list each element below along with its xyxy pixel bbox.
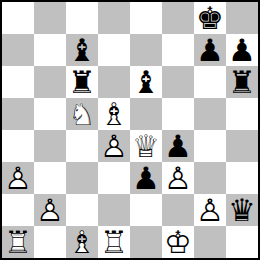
square-c4[interactable] (66, 130, 98, 162)
square-a2[interactable] (2, 194, 34, 226)
square-f3[interactable]: ♟♙ (162, 162, 194, 194)
square-g4[interactable] (194, 130, 226, 162)
piece-glyph: ♝ (130, 66, 162, 98)
square-e8[interactable] (130, 2, 162, 34)
square-f6[interactable] (162, 66, 194, 98)
square-c7[interactable]: ♝ (66, 34, 98, 66)
piece-outline: ♖ (2, 226, 34, 258)
piece-glyph: ♛ (226, 194, 258, 226)
piece-glyph: ♟ (162, 130, 194, 162)
square-b4[interactable] (34, 130, 66, 162)
piece-glyph: ♟ (130, 162, 162, 194)
square-c8[interactable] (66, 2, 98, 34)
square-e7[interactable] (130, 34, 162, 66)
square-c6[interactable]: ♜ (66, 66, 98, 98)
piece-black-rook: ♜ (226, 66, 258, 98)
square-d5[interactable]: ♝♗ (98, 98, 130, 130)
piece-white-queen: ♛♕ (130, 130, 162, 162)
square-e2[interactable] (130, 194, 162, 226)
square-d3[interactable] (98, 162, 130, 194)
square-d2[interactable] (98, 194, 130, 226)
square-c5[interactable]: ♞♘ (66, 98, 98, 130)
piece-white-pawn: ♟♙ (162, 162, 194, 194)
square-e6[interactable]: ♝ (130, 66, 162, 98)
square-a7[interactable] (2, 34, 34, 66)
piece-black-pawn: ♟ (130, 162, 162, 194)
square-a6[interactable] (2, 66, 34, 98)
piece-outline: ♕ (130, 130, 162, 162)
square-c2[interactable] (66, 194, 98, 226)
square-g7[interactable]: ♟ (194, 34, 226, 66)
square-b1[interactable] (34, 226, 66, 258)
piece-glyph: ♟ (194, 34, 226, 66)
square-h6[interactable]: ♜ (226, 66, 258, 98)
piece-black-queen: ♛ (226, 194, 258, 226)
square-b3[interactable] (34, 162, 66, 194)
piece-glyph: ♜ (66, 66, 98, 98)
square-h5[interactable] (226, 98, 258, 130)
square-h4[interactable] (226, 130, 258, 162)
square-d4[interactable]: ♟♙ (98, 130, 130, 162)
square-c3[interactable] (66, 162, 98, 194)
square-b2[interactable]: ♟♙ (34, 194, 66, 226)
piece-outline: ♘ (66, 98, 98, 130)
piece-white-knight: ♞♘ (66, 98, 98, 130)
piece-white-pawn: ♟♙ (34, 194, 66, 226)
square-h1[interactable] (226, 226, 258, 258)
square-f1[interactable]: ♚♔ (162, 226, 194, 258)
square-c1[interactable]: ♝♗ (66, 226, 98, 258)
piece-outline: ♙ (34, 194, 66, 226)
piece-outline: ♗ (66, 226, 98, 258)
square-f8[interactable] (162, 2, 194, 34)
square-b6[interactable] (34, 66, 66, 98)
square-d8[interactable] (98, 2, 130, 34)
square-g3[interactable] (194, 162, 226, 194)
square-f7[interactable] (162, 34, 194, 66)
square-h7[interactable]: ♟ (226, 34, 258, 66)
square-a8[interactable] (2, 2, 34, 34)
piece-outline: ♙ (162, 162, 194, 194)
piece-white-bishop: ♝♗ (66, 226, 98, 258)
square-b7[interactable] (34, 34, 66, 66)
piece-outline: ♙ (2, 162, 34, 194)
piece-white-king: ♚♔ (162, 226, 194, 258)
piece-glyph: ♚ (194, 2, 226, 34)
piece-glyph: ♜ (226, 66, 258, 98)
square-d7[interactable] (98, 34, 130, 66)
square-e4[interactable]: ♛♕ (130, 130, 162, 162)
piece-outline: ♖ (98, 226, 130, 258)
square-a5[interactable] (2, 98, 34, 130)
square-f4[interactable]: ♟ (162, 130, 194, 162)
piece-black-king: ♚ (194, 2, 226, 34)
piece-outline: ♔ (162, 226, 194, 258)
piece-white-pawn: ♟♙ (2, 162, 34, 194)
square-h8[interactable] (226, 2, 258, 34)
square-b5[interactable] (34, 98, 66, 130)
piece-white-rook: ♜♖ (98, 226, 130, 258)
piece-black-bishop: ♝ (66, 34, 98, 66)
chess-board: ♚♝♟♟♜♝♜♞♘♝♗♟♙♛♕♟♟♙♟♟♙♟♙♟♙♛♜♖♝♗♜♖♚♔ (0, 0, 260, 260)
square-h3[interactable] (226, 162, 258, 194)
piece-black-pawn: ♟ (226, 34, 258, 66)
square-a4[interactable] (2, 130, 34, 162)
piece-black-pawn: ♟ (194, 34, 226, 66)
square-g2[interactable]: ♟♙ (194, 194, 226, 226)
square-h2[interactable]: ♛ (226, 194, 258, 226)
square-d1[interactable]: ♜♖ (98, 226, 130, 258)
piece-outline: ♗ (98, 98, 130, 130)
square-e1[interactable] (130, 226, 162, 258)
piece-white-bishop: ♝♗ (98, 98, 130, 130)
piece-outline: ♙ (194, 194, 226, 226)
square-a3[interactable]: ♟♙ (2, 162, 34, 194)
piece-white-rook: ♜♖ (2, 226, 34, 258)
square-g5[interactable] (194, 98, 226, 130)
square-f2[interactable] (162, 194, 194, 226)
piece-black-bishop: ♝ (130, 66, 162, 98)
piece-outline: ♙ (98, 130, 130, 162)
piece-black-pawn: ♟ (162, 130, 194, 162)
square-d6[interactable] (98, 66, 130, 98)
square-e3[interactable]: ♟ (130, 162, 162, 194)
square-b8[interactable] (34, 2, 66, 34)
square-g8[interactable]: ♚ (194, 2, 226, 34)
piece-white-pawn: ♟♙ (98, 130, 130, 162)
square-g6[interactable] (194, 66, 226, 98)
square-a1[interactable]: ♜♖ (2, 226, 34, 258)
piece-glyph: ♟ (226, 34, 258, 66)
square-g1[interactable] (194, 226, 226, 258)
square-e5[interactable] (130, 98, 162, 130)
square-f5[interactable] (162, 98, 194, 130)
piece-white-pawn: ♟♙ (194, 194, 226, 226)
piece-glyph: ♝ (66, 34, 98, 66)
piece-black-rook: ♜ (66, 66, 98, 98)
